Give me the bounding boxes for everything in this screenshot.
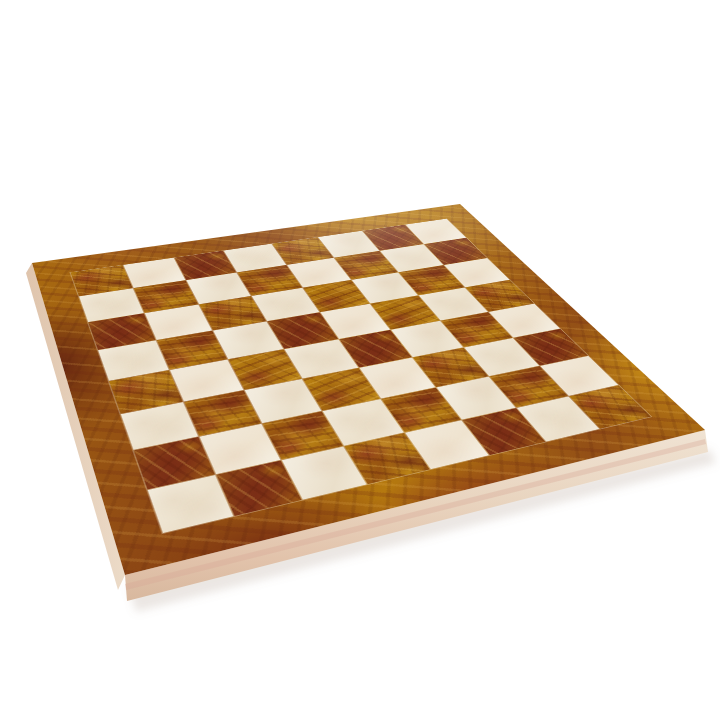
product-photo <box>0 0 720 720</box>
